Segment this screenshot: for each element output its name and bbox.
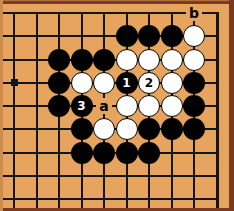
grid-hline: [0, 198, 219, 200]
black-stone: [161, 25, 183, 47]
black-stone: [71, 49, 93, 71]
white-stone-numbered: 2: [138, 72, 160, 94]
board-frame-left: [0, 0, 3, 211]
grid-vline: [13, 12, 15, 208]
grid-vline: [36, 12, 38, 208]
black-stone: [93, 49, 115, 71]
black-stone: [138, 142, 160, 164]
white-stone: [183, 25, 205, 47]
black-stone: [48, 95, 70, 117]
white-stone: [116, 95, 138, 117]
black-stone-numbered: 1: [116, 72, 138, 94]
black-stone: [93, 142, 115, 164]
black-stone: [183, 95, 205, 117]
white-stone: [138, 49, 160, 71]
white-stone: [161, 72, 183, 94]
white-stone: [71, 72, 93, 94]
white-stone: [161, 49, 183, 71]
black-stone: [48, 72, 70, 94]
black-stone: [183, 118, 205, 140]
black-stone: [48, 49, 70, 71]
black-stone: [183, 72, 205, 94]
white-stone: [116, 49, 138, 71]
black-stone: [138, 118, 160, 140]
white-stone: [183, 49, 205, 71]
point-label-b: b: [186, 5, 202, 21]
white-stone: [161, 95, 183, 117]
black-stone: [116, 142, 138, 164]
point-label-a: a: [96, 98, 112, 114]
black-stone: [138, 25, 160, 47]
black-stone: [116, 25, 138, 47]
white-stone: [93, 118, 115, 140]
white-stone: [138, 95, 160, 117]
grid-hline: [0, 175, 219, 177]
go-diagram: 123ab: [0, 0, 234, 211]
board-right-edge-line: [216, 12, 219, 208]
white-stone: [93, 72, 115, 94]
black-stone: [161, 118, 183, 140]
board-frame-right: [229, 0, 234, 211]
white-stone: [116, 118, 138, 140]
black-stone: [71, 118, 93, 140]
go-board: 123ab: [0, 0, 234, 211]
black-stone: [71, 142, 93, 164]
star-point: [11, 79, 18, 86]
board-frame-bottom: [0, 208, 234, 211]
board-frame-top: [0, 0, 234, 4]
black-stone-numbered: 3: [71, 95, 93, 117]
